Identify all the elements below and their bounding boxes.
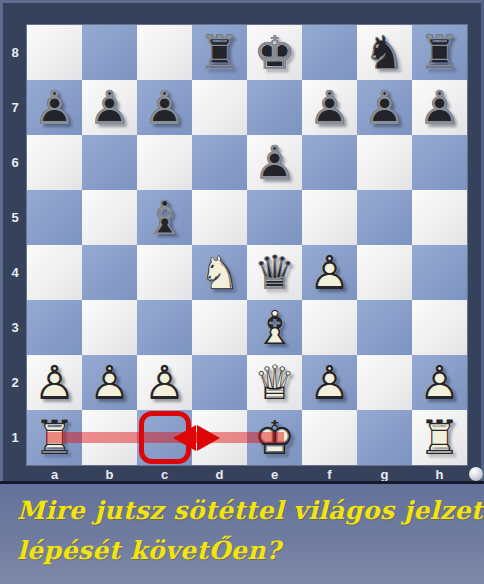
rank-label-7: 7 bbox=[3, 80, 27, 135]
square-e5[interactable] bbox=[247, 190, 302, 245]
black-bishop-c5[interactable]: ♝♗ bbox=[137, 190, 192, 245]
white-knight-d4[interactable]: ♞♘ bbox=[192, 245, 247, 300]
square-g2[interactable] bbox=[357, 355, 412, 410]
black-rook-h8[interactable]: ♜♖ bbox=[412, 25, 467, 80]
board-frame: ♜♖♚♔♞♘♜♖♟♙♟♙♟♙♟♙♟♙♟♙♟♙♝♗♞♘♛♕♟♙♝♗♟♙♟♙♟♙♛♕… bbox=[0, 0, 484, 481]
piece-glyph-outline: ♙ bbox=[357, 80, 412, 135]
white-pawn-c2[interactable]: ♟♙ bbox=[137, 355, 192, 410]
piece-glyph-outline: ♘ bbox=[357, 25, 412, 80]
square-a6[interactable] bbox=[27, 135, 82, 190]
square-b5[interactable] bbox=[82, 190, 137, 245]
piece-glyph-outline: ♖ bbox=[192, 25, 247, 80]
black-pawn-f7[interactable]: ♟♙ bbox=[302, 80, 357, 135]
piece-glyph-outline: ♙ bbox=[137, 355, 192, 410]
square-h3[interactable] bbox=[412, 300, 467, 355]
square-g5[interactable] bbox=[357, 190, 412, 245]
square-h4[interactable] bbox=[412, 245, 467, 300]
screenshot-root: ♜♖♚♔♞♘♜♖♟♙♟♙♟♙♟♙♟♙♟♙♟♙♝♗♞♘♛♕♟♙♝♗♟♙♟♙♟♙♛♕… bbox=[0, 0, 484, 584]
square-c6[interactable] bbox=[137, 135, 192, 190]
piece-glyph-outline: ♙ bbox=[302, 245, 357, 300]
square-a5[interactable] bbox=[27, 190, 82, 245]
caption-line-2: lépését követŐen? bbox=[0, 536, 484, 565]
black-pawn-e6[interactable]: ♟♙ bbox=[247, 135, 302, 190]
black-pawn-b7[interactable]: ♟♙ bbox=[82, 80, 137, 135]
piece-glyph-outline: ♙ bbox=[412, 80, 467, 135]
caption-line-1: Mire jutsz sötéttel világos jelzett: 0-0… bbox=[0, 496, 484, 525]
arrow-shaft-a1-d1 bbox=[46, 432, 197, 443]
piece-glyph-outline: ♕ bbox=[247, 245, 302, 300]
square-f6[interactable] bbox=[302, 135, 357, 190]
chess-board: ♜♖♚♔♞♘♜♖♟♙♟♙♟♙♟♙♟♙♟♙♟♙♝♗♞♘♛♕♟♙♝♗♟♙♟♙♟♙♛♕… bbox=[27, 25, 467, 465]
white-pawn-a2[interactable]: ♟♙ bbox=[27, 355, 82, 410]
square-f8[interactable] bbox=[302, 25, 357, 80]
rank-label-6: 6 bbox=[3, 135, 27, 190]
caption: Mire jutsz sötéttel világos jelzett: 0-0… bbox=[0, 481, 484, 584]
square-c3[interactable] bbox=[137, 300, 192, 355]
square-d3[interactable] bbox=[192, 300, 247, 355]
rank-label-4: 4 bbox=[3, 245, 27, 300]
square-g6[interactable] bbox=[357, 135, 412, 190]
square-e7[interactable] bbox=[247, 80, 302, 135]
rank-label-3: 3 bbox=[3, 300, 27, 355]
piece-glyph-outline: ♕ bbox=[247, 355, 302, 410]
piece-glyph-outline: ♙ bbox=[82, 80, 137, 135]
black-pawn-c7[interactable]: ♟♙ bbox=[137, 80, 192, 135]
black-knight-g8[interactable]: ♞♘ bbox=[357, 25, 412, 80]
black-queen-e4[interactable]: ♛♕ bbox=[247, 245, 302, 300]
black-pawn-g7[interactable]: ♟♙ bbox=[357, 80, 412, 135]
piece-glyph-outline: ♖ bbox=[412, 25, 467, 80]
black-king-e8[interactable]: ♚♔ bbox=[247, 25, 302, 80]
black-rook-d8[interactable]: ♜♖ bbox=[192, 25, 247, 80]
square-d6[interactable] bbox=[192, 135, 247, 190]
rank-label-2: 2 bbox=[3, 355, 27, 410]
square-g1[interactable] bbox=[357, 410, 412, 465]
arrow-head-a1-d1 bbox=[197, 425, 220, 451]
square-f5[interactable] bbox=[302, 190, 357, 245]
piece-glyph-outline: ♙ bbox=[302, 80, 357, 135]
rank-label-1: 1 bbox=[3, 410, 27, 465]
white-pawn-f4[interactable]: ♟♙ bbox=[302, 245, 357, 300]
side-to-move-indicator bbox=[469, 467, 483, 481]
square-d7[interactable] bbox=[192, 80, 247, 135]
piece-glyph-outline: ♙ bbox=[137, 80, 192, 135]
square-g4[interactable] bbox=[357, 245, 412, 300]
black-pawn-a7[interactable]: ♟♙ bbox=[27, 80, 82, 135]
square-d2[interactable] bbox=[192, 355, 247, 410]
rank-label-5: 5 bbox=[3, 190, 27, 245]
square-f3[interactable] bbox=[302, 300, 357, 355]
piece-glyph-outline: ♔ bbox=[247, 25, 302, 80]
square-a8[interactable] bbox=[27, 25, 82, 80]
piece-glyph-outline: ♖ bbox=[412, 410, 467, 465]
piece-glyph-outline: ♗ bbox=[137, 190, 192, 245]
square-d5[interactable] bbox=[192, 190, 247, 245]
square-b8[interactable] bbox=[82, 25, 137, 80]
piece-glyph-outline: ♙ bbox=[412, 355, 467, 410]
piece-glyph-outline: ♗ bbox=[247, 300, 302, 355]
piece-glyph-outline: ♙ bbox=[27, 355, 82, 410]
piece-glyph-outline: ♙ bbox=[27, 80, 82, 135]
white-pawn-b2[interactable]: ♟♙ bbox=[82, 355, 137, 410]
square-h5[interactable] bbox=[412, 190, 467, 245]
black-pawn-h7[interactable]: ♟♙ bbox=[412, 80, 467, 135]
square-g3[interactable] bbox=[357, 300, 412, 355]
square-b6[interactable] bbox=[82, 135, 137, 190]
rank-label-8: 8 bbox=[3, 25, 27, 80]
white-rook-h1[interactable]: ♜♖ bbox=[412, 410, 467, 465]
square-h6[interactable] bbox=[412, 135, 467, 190]
square-b3[interactable] bbox=[82, 300, 137, 355]
piece-glyph-outline: ♙ bbox=[302, 355, 357, 410]
piece-glyph-outline: ♘ bbox=[192, 245, 247, 300]
white-pawn-h2[interactable]: ♟♙ bbox=[412, 355, 467, 410]
white-pawn-f2[interactable]: ♟♙ bbox=[302, 355, 357, 410]
square-c8[interactable] bbox=[137, 25, 192, 80]
piece-glyph-outline: ♙ bbox=[82, 355, 137, 410]
piece-glyph-outline: ♙ bbox=[247, 135, 302, 190]
square-f1[interactable] bbox=[302, 410, 357, 465]
square-a3[interactable] bbox=[27, 300, 82, 355]
white-bishop-e3[interactable]: ♝♗ bbox=[247, 300, 302, 355]
white-queen-e2[interactable]: ♛♕ bbox=[247, 355, 302, 410]
square-b4[interactable] bbox=[82, 245, 137, 300]
square-c4[interactable] bbox=[137, 245, 192, 300]
rank-labels: 87654321 bbox=[3, 25, 27, 465]
square-a4[interactable] bbox=[27, 245, 82, 300]
